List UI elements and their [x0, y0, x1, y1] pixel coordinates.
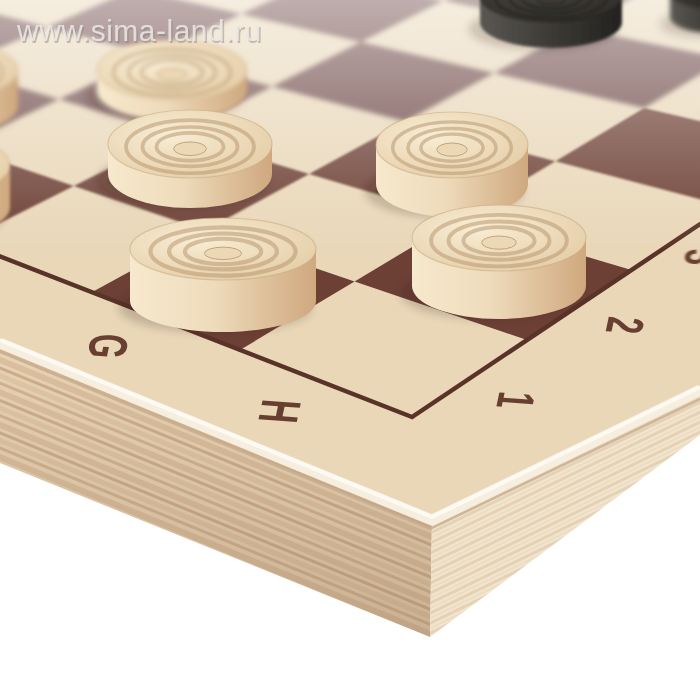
- checker-g3-light: [365, 112, 528, 217]
- watermark: www.sima-land.ru www.sima-land.ru: [16, 14, 263, 49]
- piece-center-dome: [437, 143, 467, 156]
- checker-g5-dark: [469, 0, 622, 50]
- checker-h2-light: [401, 205, 586, 319]
- checker-f2-light: [97, 110, 272, 208]
- board-scene: GH123 www.sima-land.ru www.sima-land.ru: [0, 0, 700, 700]
- piece-center-dome: [204, 247, 241, 259]
- checker-g1-light: [118, 218, 316, 333]
- product-photo-checkers-board: GH123 www.sima-land.ru www.sima-land.ru: [0, 0, 700, 700]
- piece-center-dome: [174, 142, 207, 156]
- watermark-text: www.sima-land.ru: [16, 14, 262, 47]
- piece-center-dome: [157, 68, 187, 80]
- file-label-G: G: [76, 332, 141, 360]
- piece-center-dome: [482, 236, 517, 249]
- file-label-H: H: [246, 397, 313, 425]
